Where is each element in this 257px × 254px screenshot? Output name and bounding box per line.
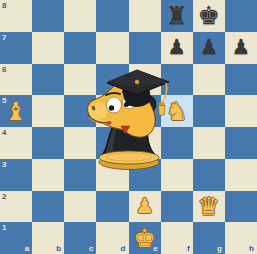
square-b5[interactable] — [32, 95, 64, 127]
piece-white-knight: ♞ — [161, 95, 193, 127]
file-label-b: b — [56, 245, 61, 253]
rank-label-5: 5 — [2, 97, 6, 105]
square-f5[interactable]: ♞ — [161, 95, 193, 127]
square-d8[interactable] — [96, 0, 128, 32]
square-d6[interactable] — [96, 64, 128, 96]
square-g8[interactable]: ♚ — [193, 0, 225, 32]
square-b7[interactable] — [32, 32, 64, 64]
file-label-a: a — [25, 245, 29, 253]
square-e1[interactable]: e♚ — [129, 222, 161, 254]
square-a4[interactable]: 4 — [0, 127, 32, 159]
square-g7[interactable]: ♟ — [193, 32, 225, 64]
square-h3[interactable] — [225, 159, 257, 191]
square-b8[interactable] — [32, 0, 64, 32]
square-h8[interactable] — [225, 0, 257, 32]
file-label-c: c — [89, 245, 93, 253]
square-a1[interactable]: 1a — [0, 222, 32, 254]
square-b3[interactable] — [32, 159, 64, 191]
square-a5[interactable]: 5♝ — [0, 95, 32, 127]
square-c6[interactable] — [64, 64, 96, 96]
square-f8[interactable]: ♜ — [161, 0, 193, 32]
square-h6[interactable] — [225, 64, 257, 96]
square-f3[interactable] — [161, 159, 193, 191]
file-label-e: e — [153, 245, 157, 253]
square-d2[interactable] — [96, 191, 128, 223]
piece-black-king: ♚ — [193, 0, 225, 32]
square-e3[interactable] — [129, 159, 161, 191]
square-d5[interactable] — [96, 95, 128, 127]
square-e5[interactable] — [129, 95, 161, 127]
file-label-g: g — [217, 245, 222, 253]
square-c2[interactable] — [64, 191, 96, 223]
piece-black-rook: ♜ — [161, 0, 193, 32]
square-h4[interactable] — [225, 127, 257, 159]
square-a7[interactable]: 7 — [0, 32, 32, 64]
chess-board-screenshot: 8♜♚7♟♟♟65♝♞432♟♛1abcde♚fgh — [0, 0, 257, 254]
square-g3[interactable] — [193, 159, 225, 191]
square-b4[interactable] — [32, 127, 64, 159]
rank-label-3: 3 — [2, 161, 6, 169]
square-g1[interactable]: g — [193, 222, 225, 254]
square-c5[interactable] — [64, 95, 96, 127]
rank-label-2: 2 — [2, 193, 6, 201]
square-e2[interactable]: ♟ — [129, 191, 161, 223]
square-a3[interactable]: 3 — [0, 159, 32, 191]
square-g2[interactable]: ♛ — [193, 191, 225, 223]
square-a2[interactable]: 2 — [0, 191, 32, 223]
square-d3[interactable] — [96, 159, 128, 191]
square-f6[interactable] — [161, 64, 193, 96]
file-label-d: d — [121, 245, 126, 253]
square-e6[interactable] — [129, 64, 161, 96]
square-b2[interactable] — [32, 191, 64, 223]
rank-label-7: 7 — [2, 34, 6, 42]
square-d7[interactable] — [96, 32, 128, 64]
piece-black-pawn: ♟ — [225, 32, 257, 64]
square-g5[interactable] — [193, 95, 225, 127]
rank-label-1: 1 — [2, 224, 6, 232]
square-f4[interactable] — [161, 127, 193, 159]
square-b6[interactable] — [32, 64, 64, 96]
square-a8[interactable]: 8 — [0, 0, 32, 32]
piece-white-queen: ♛ — [193, 191, 225, 223]
square-c3[interactable] — [64, 159, 96, 191]
square-f2[interactable] — [161, 191, 193, 223]
square-e7[interactable] — [129, 32, 161, 64]
rank-label-8: 8 — [2, 2, 6, 10]
square-b1[interactable]: b — [32, 222, 64, 254]
square-e8[interactable] — [129, 0, 161, 32]
square-h1[interactable]: h — [225, 222, 257, 254]
square-d1[interactable]: d — [96, 222, 128, 254]
square-g4[interactable] — [193, 127, 225, 159]
square-h7[interactable]: ♟ — [225, 32, 257, 64]
rank-label-4: 4 — [2, 129, 6, 137]
square-f1[interactable]: f — [161, 222, 193, 254]
square-c1[interactable]: c — [64, 222, 96, 254]
file-label-h: h — [249, 245, 254, 253]
square-d4[interactable] — [96, 127, 128, 159]
square-h2[interactable] — [225, 191, 257, 223]
piece-white-pawn: ♟ — [129, 191, 161, 223]
square-c8[interactable] — [64, 0, 96, 32]
square-c4[interactable] — [64, 127, 96, 159]
square-e4[interactable] — [129, 127, 161, 159]
square-h5[interactable] — [225, 95, 257, 127]
square-a6[interactable]: 6 — [0, 64, 32, 96]
square-g6[interactable] — [193, 64, 225, 96]
square-c7[interactable] — [64, 32, 96, 64]
file-label-f: f — [187, 245, 190, 253]
piece-black-pawn: ♟ — [161, 32, 193, 64]
rank-label-6: 6 — [2, 66, 6, 74]
chess-board: 8♜♚7♟♟♟65♝♞432♟♛1abcde♚fgh — [0, 0, 257, 254]
piece-black-pawn: ♟ — [193, 32, 225, 64]
square-f7[interactable]: ♟ — [161, 32, 193, 64]
